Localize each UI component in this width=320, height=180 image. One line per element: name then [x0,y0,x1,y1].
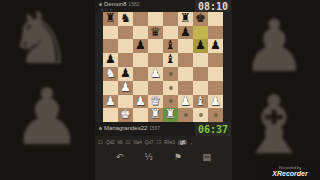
square-d1[interactable]: ♜ [148,108,163,122]
piece-black-pawn: ♟ [193,39,208,53]
piece-black-rook: ♜ [103,12,118,26]
blurred-pawn: ♟ [242,10,307,82]
square-h2[interactable]: ♟ [208,95,223,109]
move-san[interactable]: h6 [118,140,123,145]
square-e6[interactable]: ♝ [163,39,178,53]
square-f8[interactable]: ♜ [178,12,193,26]
online-indicator-icon [99,127,102,130]
phone-screen: Demon8 1582 ♙♘♗ 08:10 ♜♞♜♚♛♟♟♝♟♟♟♝♞♟♟♟♟♟… [95,0,232,180]
square-c4[interactable] [133,67,148,81]
square-g6[interactable]: ♟ [193,39,208,53]
square-a4[interactable]: ♞ [103,67,118,81]
piece-black-queen: ♛ [148,26,163,40]
current-move[interactable]: g6 [178,140,187,145]
square-d4[interactable]: ♟ [148,67,163,81]
move-san[interactable]: Rhe1 [164,140,175,145]
piece-black-bishop: ♝ [163,53,178,67]
legal-move-dot[interactable] [169,86,173,90]
square-d5[interactable] [148,53,163,67]
square-c7[interactable] [133,26,148,40]
legal-move-dot[interactable] [214,113,218,117]
square-d7[interactable]: ♛ [148,26,163,40]
menu-board-icon[interactable]: ▤ [203,153,212,162]
piece-black-pawn: ♟ [118,67,133,81]
square-a5[interactable]: ♟ [103,53,118,67]
square-c3[interactable] [133,81,148,95]
piece-white-pawn: ♟ [148,67,163,81]
square-e8[interactable] [163,12,178,26]
piece-black-knight: ♞ [118,12,133,26]
square-g2[interactable]: ♝ [193,95,208,109]
chess-board[interactable]: ♜♞♜♚♛♟♟♝♟♟♟♝♞♟♟♟♟♟♛♟♝♟♚♜♜ [103,12,223,122]
square-d2[interactable]: ♛ [148,95,163,109]
move-list[interactable]: 21Qd2h622Na4Qd723Rhe1g6› [95,137,232,148]
square-d6[interactable] [148,39,163,53]
player-bar: Mariagrandes22 1567 06:37 [95,122,232,136]
square-h6[interactable]: ♟ [208,39,223,53]
square-b8[interactable]: ♞ [118,12,133,26]
square-e1[interactable]: ♜ [163,108,178,122]
resign-flag-icon[interactable]: ⚑ [174,153,182,162]
blurred-bishop: ♝ [238,86,310,166]
square-g3[interactable] [193,81,208,95]
square-f5[interactable] [178,53,193,67]
square-g5[interactable] [193,53,208,67]
screen-recording-frame: ♞♟ ♟♝ Demon8 1582 ♙♘♗ 08:10 ♜♞♜♚♛♟♟♝♟♟♟♝… [0,0,320,180]
square-a2[interactable]: ♟ [103,95,118,109]
piece-white-king: ♚ [118,108,133,122]
square-e4[interactable] [163,67,178,81]
piece-white-queen: ♛ [148,95,163,109]
blurred-knight: ♞ [8,2,73,74]
piece-white-rook: ♜ [163,108,178,122]
square-c8[interactable] [133,12,148,26]
square-d3[interactable] [148,81,163,95]
square-b1[interactable]: ♚ [118,108,133,122]
blurred-pawn: ♟ [12,78,82,156]
square-b2[interactable] [118,95,133,109]
square-h4[interactable] [208,67,223,81]
square-h7[interactable] [208,26,223,40]
square-f1[interactable] [178,108,193,122]
blurred-backdrop-right: ♟♝ [232,0,320,180]
square-b5[interactable] [118,53,133,67]
square-c2[interactable]: ♟ [133,95,148,109]
square-f3[interactable] [178,81,193,95]
square-a1[interactable] [103,108,118,122]
move-number: 21 [98,140,103,145]
player-name: Mariagrandes22 [104,125,147,131]
xrecorder-watermark: Recorded by XRecorder [262,164,318,178]
piece-white-pawn: ♟ [118,81,133,95]
piece-black-pawn: ♟ [133,39,148,53]
legal-move-dot[interactable] [184,113,188,117]
square-c5[interactable] [133,53,148,67]
square-e3[interactable] [163,81,178,95]
square-b6[interactable] [118,39,133,53]
blurred-backdrop-left: ♞♟ [0,0,95,180]
move-number: 23 [156,140,161,145]
square-b7[interactable] [118,26,133,40]
move-nav-next[interactable]: › [190,140,192,146]
legal-move-dot[interactable] [169,99,173,103]
square-e5[interactable]: ♝ [163,53,178,67]
square-a8[interactable]: ♜ [103,12,118,26]
square-h3[interactable] [208,81,223,95]
square-g4[interactable] [193,67,208,81]
square-d8[interactable] [148,12,163,26]
piece-black-bishop: ♝ [163,39,178,53]
piece-white-pawn: ♟ [133,95,148,109]
opponent-rating: 1582 [128,1,139,7]
legal-move-dot[interactable] [199,113,203,117]
square-e7[interactable] [163,26,178,40]
piece-white-pawn: ♟ [178,95,193,109]
square-e2[interactable] [163,95,178,109]
move-san[interactable]: Qd7 [145,140,154,145]
player-clock: 06:37 [195,122,231,136]
game-toolbar: ↶½⚑▤ [95,148,232,166]
square-a6[interactable] [103,39,118,53]
piece-white-pawn: ♟ [208,95,223,109]
piece-white-rook: ♜ [148,108,163,122]
move-san[interactable]: Na4 [134,140,142,145]
square-g8[interactable]: ♚ [193,12,208,26]
move-number: 22 [126,140,131,145]
square-a7[interactable] [103,26,118,40]
draw-offer-icon[interactable]: ½ [144,153,153,162]
square-h5[interactable] [208,53,223,67]
square-c6[interactable]: ♟ [133,39,148,53]
watermark-title: XRecorder [264,170,316,177]
piece-black-pawn: ♟ [178,26,193,40]
opponent-bar: Demon8 1582 ♙♘♗ 08:10 [95,0,232,12]
square-h8[interactable] [208,12,223,26]
piece-white-bishop: ♝ [193,95,208,109]
legal-move-dot[interactable] [169,72,173,76]
square-g1[interactable] [193,108,208,122]
square-f4[interactable] [178,67,193,81]
takeback-icon[interactable]: ↶ [116,153,124,162]
square-a3[interactable] [103,81,118,95]
move-san[interactable]: Qd2 [106,140,115,145]
square-c1[interactable] [133,108,148,122]
square-b3[interactable]: ♟ [118,81,133,95]
opponent-clock: 08:10 [195,0,231,12]
square-h1[interactable] [208,108,223,122]
player-name-line: Mariagrandes22 1567 [99,125,160,131]
piece-white-knight: ♞ [103,67,118,81]
online-indicator-icon [99,3,102,6]
square-f2[interactable]: ♟ [178,95,193,109]
player-rating: 1567 [149,125,160,131]
square-g7[interactable] [193,26,208,40]
square-f7[interactable]: ♟ [178,26,193,40]
piece-black-pawn: ♟ [208,39,223,53]
square-b4[interactable]: ♟ [118,67,133,81]
piece-white-pawn: ♟ [103,95,118,109]
square-f6[interactable] [178,39,193,53]
piece-black-pawn: ♟ [103,53,118,67]
piece-black-king: ♚ [193,12,208,26]
piece-black-rook: ♜ [178,12,193,26]
